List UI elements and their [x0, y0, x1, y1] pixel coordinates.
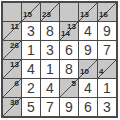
entry-cell-r1c4[interactable]: 4 [79, 22, 97, 40]
entry-cell-r3c1[interactable]: 4 [22, 60, 40, 78]
entry-digit: 6 [84, 100, 92, 114]
entry-cell-r5c5[interactable]: 3 [98, 98, 116, 116]
clue-cell-r5c0: 30 [3, 98, 21, 116]
entry-cell-r4c2[interactable]: 4 [41, 79, 59, 97]
across-clue: 11 [11, 23, 19, 31]
entry-digit: 1 [103, 81, 111, 95]
entry-cell-r5c1[interactable]: 5 [22, 98, 40, 116]
clue-cell-r1c3: 1314 [60, 22, 78, 40]
block-cell-r0c3 [60, 3, 78, 21]
down-clue: 15 [23, 11, 32, 19]
clue-cell-r3c4: 10 [79, 60, 97, 78]
block-cell-r0c0 [3, 3, 21, 21]
across-clue: 30 [10, 99, 19, 107]
clue-cell-r3c5: 4 [98, 60, 116, 78]
across-clue: 26 [10, 42, 19, 50]
entry-digit: 8 [46, 24, 54, 38]
clue-cell-r4c0: 6 [3, 79, 21, 97]
entry-cell-r2c5[interactable]: 7 [98, 41, 116, 59]
clue-cell-r1c0: 11 [3, 22, 21, 40]
across-clue: 5 [72, 80, 76, 88]
entry-cell-r1c1[interactable]: 3 [22, 22, 40, 40]
entry-digit: 2 [27, 81, 35, 95]
entry-digit: 4 [27, 62, 35, 76]
entry-cell-r2c2[interactable]: 3 [41, 41, 59, 59]
down-clue: 14 [61, 30, 70, 38]
kakuro-board: 1523131611381314492613697134181046245413… [1, 1, 118, 118]
entry-cell-r2c4[interactable]: 9 [79, 41, 97, 59]
entry-cell-r1c5[interactable]: 9 [98, 22, 116, 40]
entry-digit: 4 [84, 24, 92, 38]
clue-cell-r0c4: 13 [79, 3, 97, 21]
entry-digit: 4 [84, 81, 92, 95]
entry-digit: 1 [46, 62, 54, 76]
entry-cell-r4c1[interactable]: 2 [22, 79, 40, 97]
entry-cell-r5c2[interactable]: 7 [41, 98, 59, 116]
entry-cell-r4c5[interactable]: 1 [98, 79, 116, 97]
entry-digit: 7 [103, 43, 111, 57]
entry-digit: 5 [27, 100, 35, 114]
down-clue: 16 [99, 11, 108, 19]
entry-digit: 8 [65, 62, 73, 76]
entry-cell-r5c3[interactable]: 9 [60, 98, 78, 116]
entry-digit: 4 [46, 81, 54, 95]
entry-cell-r3c2[interactable]: 1 [41, 60, 59, 78]
entry-digit: 9 [84, 43, 92, 57]
clue-cell-r0c2: 23 [41, 3, 59, 21]
entry-cell-r2c1[interactable]: 1 [22, 41, 40, 59]
clue-cell-r0c1: 15 [22, 3, 40, 21]
entry-cell-r3c3[interactable]: 8 [60, 60, 78, 78]
clue-cell-r4c3: 5 [60, 79, 78, 97]
entry-cell-r4c4[interactable]: 4 [79, 79, 97, 97]
across-clue: 6 [15, 80, 19, 88]
down-clue: 10 [80, 68, 89, 76]
clue-cell-r0c5: 16 [98, 3, 116, 21]
entry-digit: 3 [27, 24, 35, 38]
entry-digit: 6 [65, 43, 73, 57]
entry-cell-r2c3[interactable]: 6 [60, 41, 78, 59]
entry-cell-r1c2[interactable]: 8 [41, 22, 59, 40]
entry-digit: 1 [27, 43, 35, 57]
clue-cell-r3c0: 13 [3, 60, 21, 78]
across-clue: 13 [10, 61, 19, 69]
entry-digit: 3 [46, 43, 54, 57]
entry-digit: 3 [103, 100, 111, 114]
entry-digit: 9 [65, 100, 73, 114]
down-clue: 4 [99, 68, 103, 76]
entry-digit: 9 [103, 24, 111, 38]
down-clue: 23 [42, 11, 51, 19]
entry-digit: 7 [46, 100, 54, 114]
entry-cell-r5c4[interactable]: 6 [79, 98, 97, 116]
clue-cell-r2c0: 26 [3, 41, 21, 59]
down-clue: 13 [80, 11, 89, 19]
